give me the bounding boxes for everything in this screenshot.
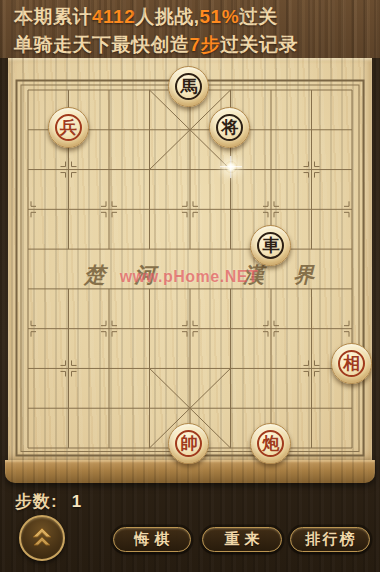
black-chariot-piece[interactable]: 車 <box>250 225 291 266</box>
piece-ring: 炮 <box>257 430 284 457</box>
red-general-piece[interactable]: 帥 <box>168 423 209 464</box>
move-sparkle-effect <box>225 161 237 173</box>
black-general-piece[interactable]: 将 <box>209 107 250 148</box>
piece-character: 車 <box>262 237 279 254</box>
piece-character: 馬 <box>180 78 197 95</box>
piece-character: 将 <box>221 119 238 136</box>
piece-character: 帥 <box>180 435 197 452</box>
board-grid: 馬兵将車相帥炮 <box>8 70 373 468</box>
expand-panel-button[interactable] <box>19 515 65 561</box>
step-counter-value: 1 <box>72 492 82 511</box>
undo-move-button[interactable]: 悔棋 <box>113 527 191 552</box>
leaderboard-button[interactable]: 排行榜 <box>290 527 370 552</box>
piece-ring: 兵 <box>55 114 82 141</box>
double-chevron-up-icon <box>29 526 55 550</box>
red-elephant-piece[interactable]: 相 <box>331 343 372 384</box>
piece-ring: 車 <box>257 232 284 259</box>
piece-ring: 相 <box>338 350 365 377</box>
piece-character: 炮 <box>262 435 279 452</box>
red-cannon-piece[interactable]: 炮 <box>250 423 291 464</box>
piece-ring: 馬 <box>175 73 202 100</box>
piece-ring: 帥 <box>175 430 202 457</box>
piece-ring: 将 <box>216 114 243 141</box>
xiangqi-app-screen: 本期累计4112人挑战,51%过关 单骑走天下最快创造7步过关记录 楚 河 漢 … <box>0 0 380 572</box>
piece-character: 兵 <box>60 119 77 136</box>
step-counter: 步数:1 <box>15 490 82 513</box>
step-counter-label: 步数: <box>15 492 58 511</box>
black-horse-piece[interactable]: 馬 <box>168 66 209 107</box>
restart-button[interactable]: 重来 <box>202 527 282 552</box>
piece-character: 相 <box>343 355 360 372</box>
red-soldier-piece[interactable]: 兵 <box>48 107 89 148</box>
